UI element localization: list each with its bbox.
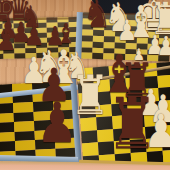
square — [81, 53, 92, 59]
square — [126, 89, 143, 103]
table-rail-groove-right — [82, 12, 170, 14]
square — [158, 55, 169, 61]
square — [163, 149, 170, 163]
square — [136, 55, 147, 61]
square — [142, 88, 159, 102]
square — [92, 53, 103, 59]
square — [157, 74, 170, 88]
square — [114, 54, 125, 60]
square — [141, 75, 158, 89]
square — [128, 114, 145, 128]
square — [96, 116, 113, 130]
square — [47, 52, 58, 57]
square — [146, 138, 163, 152]
square — [143, 100, 160, 114]
square — [125, 77, 142, 91]
square — [98, 141, 115, 155]
square — [82, 142, 99, 156]
square — [130, 139, 147, 153]
square — [81, 130, 98, 144]
square — [159, 99, 170, 113]
square — [158, 87, 170, 101]
square — [161, 124, 170, 138]
square — [109, 78, 126, 92]
square — [145, 125, 162, 139]
square — [58, 52, 69, 57]
square — [162, 137, 170, 151]
square — [3, 54, 14, 59]
chessboard-back-right — [81, 12, 170, 61]
square — [112, 115, 129, 129]
chessboard-back-left — [0, 17, 81, 59]
square — [103, 53, 114, 59]
square — [14, 53, 25, 58]
square — [25, 53, 36, 58]
square — [113, 128, 130, 142]
square — [114, 140, 131, 154]
tournament-photo: ♚♛♞♟♟♟♟♟♝♟♞♝♞♞♞♟♝♚♜♟♟♟♟♟♜♝♜♜♟♟♟ — [0, 0, 170, 170]
square — [79, 105, 96, 119]
square — [78, 92, 95, 106]
square — [125, 54, 136, 60]
square — [129, 126, 146, 140]
square — [97, 129, 114, 143]
square — [36, 53, 47, 58]
square — [110, 90, 127, 104]
square — [127, 102, 144, 116]
square — [160, 112, 170, 126]
square — [147, 55, 158, 61]
square — [94, 91, 111, 105]
square — [80, 117, 97, 131]
square — [144, 113, 161, 127]
square — [95, 104, 112, 118]
square — [111, 103, 128, 117]
